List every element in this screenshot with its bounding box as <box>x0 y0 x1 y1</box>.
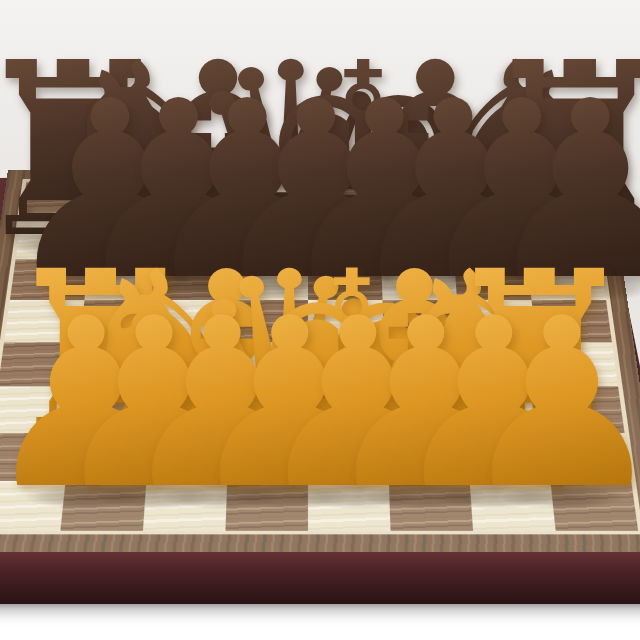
square-b4 <box>75 342 156 386</box>
square-g7 <box>451 220 527 259</box>
square-c6 <box>159 259 235 300</box>
square-f5 <box>383 300 460 343</box>
square-g5 <box>457 300 536 343</box>
square-a8 <box>21 182 97 220</box>
square-f1 <box>389 481 473 531</box>
square-g2 <box>466 433 550 481</box>
square-h7 <box>523 220 600 259</box>
square-f8 <box>378 182 451 220</box>
square-h2 <box>545 433 631 481</box>
square-e6 <box>308 259 383 300</box>
board-frame-molding <box>0 551 640 604</box>
square-h6 <box>527 259 606 300</box>
square-b8 <box>93 182 167 220</box>
square-h4 <box>536 342 618 386</box>
square-g8 <box>449 182 523 220</box>
square-d7 <box>235 220 308 259</box>
square-g3 <box>463 387 545 433</box>
square-c8 <box>165 182 238 220</box>
square-g4 <box>460 342 541 386</box>
square-h8 <box>519 182 595 220</box>
square-g6 <box>454 259 531 300</box>
square-a1 <box>0 481 66 531</box>
square-d8 <box>236 182 308 220</box>
square-f2 <box>387 433 469 481</box>
square-c1 <box>143 481 227 531</box>
square-f3 <box>386 387 467 433</box>
square-c7 <box>162 220 236 259</box>
square-e7 <box>308 220 381 259</box>
squares-grid <box>0 182 638 531</box>
square-d3 <box>229 387 308 433</box>
square-e4 <box>308 342 386 386</box>
square-a2 <box>0 433 71 481</box>
square-e2 <box>308 433 389 481</box>
square-a6 <box>10 259 89 300</box>
square-b6 <box>84 259 161 300</box>
square-b5 <box>80 300 159 343</box>
square-d6 <box>233 259 308 300</box>
square-f7 <box>380 220 454 259</box>
chess-set-photo: ♜♞♝♛♚♝♞♜♟♟♟♟♟♟♟♟♜♞♝♛♚♝♞♜♟♟♟♟♟♟♟♟ <box>0 0 640 640</box>
chessboard <box>0 170 640 552</box>
square-h3 <box>541 387 625 433</box>
square-d1 <box>225 481 308 531</box>
square-g1 <box>470 481 556 531</box>
square-a3 <box>0 387 75 433</box>
square-h1 <box>550 481 638 531</box>
square-f6 <box>381 259 457 300</box>
square-b2 <box>66 433 150 481</box>
square-a5 <box>4 300 84 343</box>
square-d5 <box>232 300 308 343</box>
square-e1 <box>308 481 391 531</box>
square-d4 <box>230 342 308 386</box>
square-a7 <box>16 220 93 259</box>
square-b1 <box>60 481 146 531</box>
square-c3 <box>150 387 231 433</box>
board-inlay-margin <box>0 179 640 534</box>
square-c4 <box>153 342 232 386</box>
square-d2 <box>227 433 308 481</box>
square-c2 <box>146 433 228 481</box>
square-e5 <box>308 300 384 343</box>
square-b3 <box>71 387 153 433</box>
square-a4 <box>0 342 80 386</box>
square-b7 <box>89 220 165 259</box>
square-e3 <box>308 387 387 433</box>
square-h5 <box>532 300 612 343</box>
square-f4 <box>384 342 463 386</box>
square-e8 <box>308 182 380 220</box>
square-c5 <box>156 300 233 343</box>
